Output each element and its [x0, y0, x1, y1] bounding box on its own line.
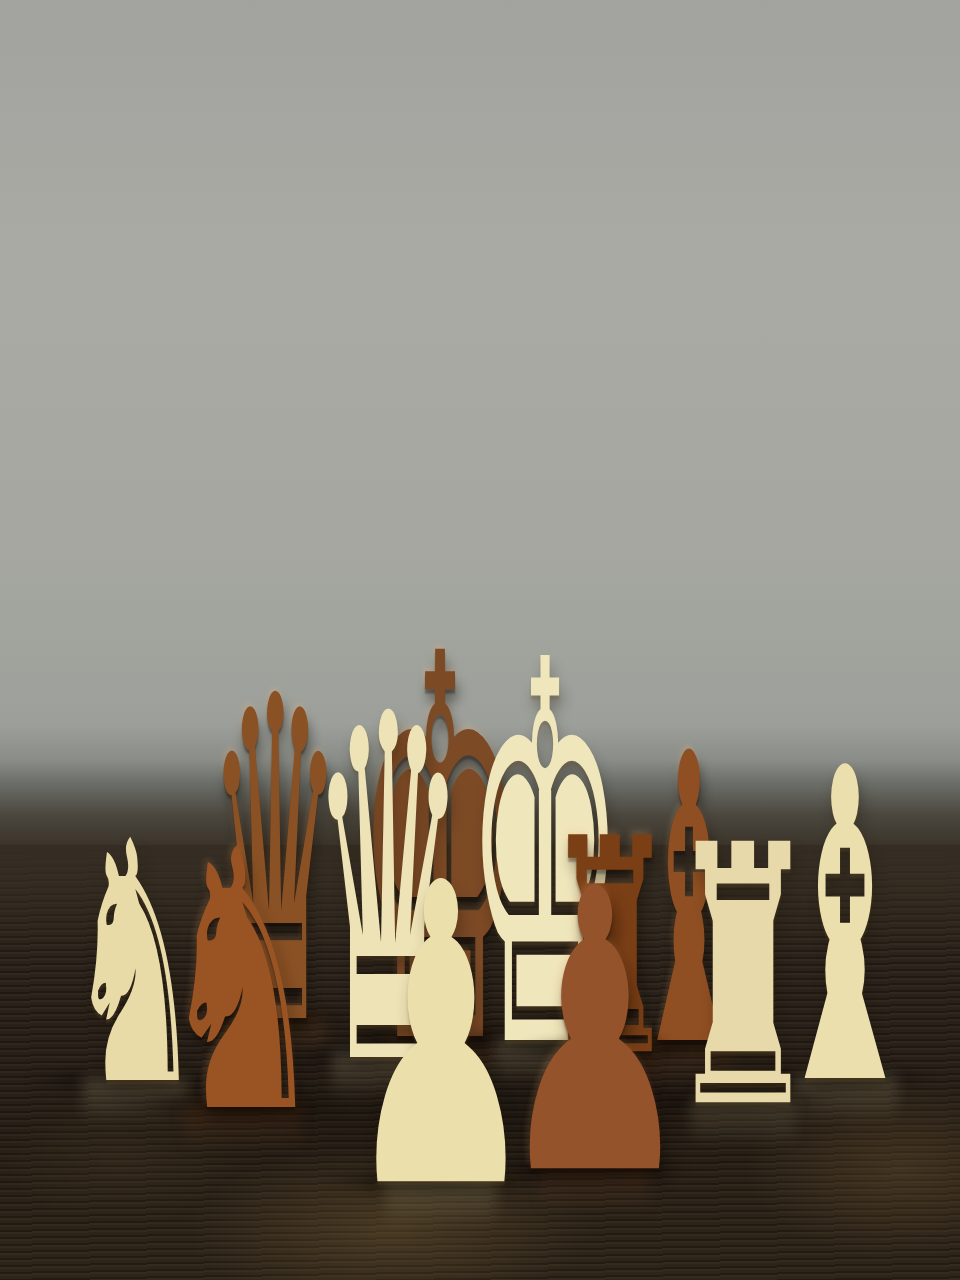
white-pawn-piece: ♟ — [344, 830, 537, 1245]
dark-knight-piece: ♞ — [159, 804, 326, 1162]
chess-pieces-photo: ♛♚♝♚♜♛♝♞♜♞♟♟ — [0, 0, 960, 1280]
